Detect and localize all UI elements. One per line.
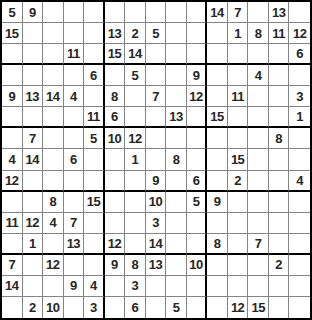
cell-r14c3-empty[interactable] xyxy=(43,276,64,297)
cell-r6c2-empty[interactable] xyxy=(23,107,44,128)
cell-r7c5-given[interactable]: 5 xyxy=(84,128,105,149)
cell-r7c11-empty[interactable] xyxy=(207,128,228,149)
cell-r1c1-given[interactable]: 5 xyxy=(2,2,23,23)
cell-r13c10-given[interactable]: 10 xyxy=(187,255,208,276)
cell-r7c15-empty[interactable] xyxy=(289,128,310,149)
cell-r6c7-empty[interactable] xyxy=(125,107,146,128)
cell-r1c3-empty[interactable] xyxy=(43,2,64,23)
cell-r8c13-empty[interactable] xyxy=(248,149,269,170)
cell-r4c9-empty[interactable] xyxy=(166,65,187,86)
cell-r15c12-given[interactable]: 12 xyxy=(228,297,249,318)
cell-r14c10-empty[interactable] xyxy=(187,276,208,297)
cell-r14c12-empty[interactable] xyxy=(228,276,249,297)
cell-r2c2-empty[interactable] xyxy=(23,23,44,44)
cell-r6c1-empty[interactable] xyxy=(2,107,23,128)
cell-r4c5-given[interactable]: 6 xyxy=(84,65,105,86)
cell-r13c4-empty[interactable] xyxy=(64,255,85,276)
cell-r12c8-given[interactable]: 14 xyxy=(146,234,167,255)
cell-r15c11-empty[interactable] xyxy=(207,297,228,318)
cell-r13c8-given[interactable]: 13 xyxy=(146,255,167,276)
cell-r10c2-empty[interactable] xyxy=(23,192,44,213)
cell-r8c14-empty[interactable] xyxy=(269,149,290,170)
cell-r7c10-empty[interactable] xyxy=(187,128,208,149)
cell-r5c8-given[interactable]: 7 xyxy=(146,86,167,107)
cell-r9c14-empty[interactable] xyxy=(269,171,290,192)
cell-r1c4-empty[interactable] xyxy=(64,2,85,23)
cell-r13c9-empty[interactable] xyxy=(166,255,187,276)
cell-r5c1-given[interactable]: 9 xyxy=(2,86,23,107)
cell-r8c8-empty[interactable] xyxy=(146,149,167,170)
cell-r1c10-empty[interactable] xyxy=(187,2,208,23)
cell-r9c10-given[interactable]: 6 xyxy=(187,171,208,192)
cell-r3c13-empty[interactable] xyxy=(248,44,269,65)
cell-r1c5-empty[interactable] xyxy=(84,2,105,23)
cell-r4c7-given[interactable]: 5 xyxy=(125,65,146,86)
cell-r6c15-given[interactable]: 1 xyxy=(289,107,310,128)
cell-r8c5-empty[interactable] xyxy=(84,149,105,170)
cell-r12c2-given[interactable]: 1 xyxy=(23,234,44,255)
cell-r3c12-empty[interactable] xyxy=(228,44,249,65)
cell-r15c13-given[interactable]: 15 xyxy=(248,297,269,318)
cell-r4c6-empty[interactable] xyxy=(105,65,126,86)
cell-r15c1-empty[interactable] xyxy=(2,297,23,318)
cell-r13c12-empty[interactable] xyxy=(228,255,249,276)
cell-r9c6-empty[interactable] xyxy=(105,171,126,192)
cell-r1c12-given[interactable]: 7 xyxy=(228,2,249,23)
cell-r10c14-empty[interactable] xyxy=(269,192,290,213)
cell-r3c8-empty[interactable] xyxy=(146,44,167,65)
cell-r11c7-empty[interactable] xyxy=(125,213,146,234)
cell-r15c8-empty[interactable] xyxy=(146,297,167,318)
cell-r6c13-empty[interactable] xyxy=(248,107,269,128)
cell-r12c5-empty[interactable] xyxy=(84,234,105,255)
cell-r15c10-empty[interactable] xyxy=(187,297,208,318)
cell-r2c10-empty[interactable] xyxy=(187,23,208,44)
cell-r9c1-given[interactable]: 12 xyxy=(2,171,23,192)
cell-r9c13-empty[interactable] xyxy=(248,171,269,192)
cell-r12c10-empty[interactable] xyxy=(187,234,208,255)
cell-r5c13-empty[interactable] xyxy=(248,86,269,107)
cell-r7c3-empty[interactable] xyxy=(43,128,64,149)
cell-r11c5-empty[interactable] xyxy=(84,213,105,234)
cell-r11c8-given[interactable]: 3 xyxy=(146,213,167,234)
cell-r3c10-empty[interactable] xyxy=(187,44,208,65)
cell-r6c11-given[interactable]: 15 xyxy=(207,107,228,128)
cell-r8c3-empty[interactable] xyxy=(43,149,64,170)
cell-r6c6-given[interactable]: 6 xyxy=(105,107,126,128)
cell-r3c14-empty[interactable] xyxy=(269,44,290,65)
cell-r9c5-empty[interactable] xyxy=(84,171,105,192)
cell-r1c11-given[interactable]: 14 xyxy=(207,2,228,23)
cell-r14c5-given[interactable]: 4 xyxy=(84,276,105,297)
cell-r3c1-empty[interactable] xyxy=(2,44,23,65)
cell-r3c9-empty[interactable] xyxy=(166,44,187,65)
cell-r13c5-empty[interactable] xyxy=(84,255,105,276)
cell-r11c10-empty[interactable] xyxy=(187,213,208,234)
cell-r10c3-given[interactable]: 8 xyxy=(43,192,64,213)
cell-r10c7-empty[interactable] xyxy=(125,192,146,213)
cell-r7c6-given[interactable]: 10 xyxy=(105,128,126,149)
cell-r6c12-empty[interactable] xyxy=(228,107,249,128)
cell-r1c7-empty[interactable] xyxy=(125,2,146,23)
cell-r5c5-empty[interactable] xyxy=(84,86,105,107)
cell-r4c12-empty[interactable] xyxy=(228,65,249,86)
cell-r11c4-given[interactable]: 7 xyxy=(64,213,85,234)
cell-r4c11-empty[interactable] xyxy=(207,65,228,86)
cell-r13c6-given[interactable]: 9 xyxy=(105,255,126,276)
cell-r12c9-empty[interactable] xyxy=(166,234,187,255)
cell-r4c8-empty[interactable] xyxy=(146,65,167,86)
cell-r7c4-empty[interactable] xyxy=(64,128,85,149)
cell-r10c15-empty[interactable] xyxy=(289,192,310,213)
cell-r2c6-given[interactable]: 13 xyxy=(105,23,126,44)
cell-r14c13-empty[interactable] xyxy=(248,276,269,297)
cell-r14c14-empty[interactable] xyxy=(269,276,290,297)
cell-r14c11-empty[interactable] xyxy=(207,276,228,297)
cell-r8c11-empty[interactable] xyxy=(207,149,228,170)
cell-r11c2-given[interactable]: 12 xyxy=(23,213,44,234)
cell-r9c15-given[interactable]: 4 xyxy=(289,171,310,192)
cell-r2c12-given[interactable]: 1 xyxy=(228,23,249,44)
cell-r8c10-empty[interactable] xyxy=(187,149,208,170)
cell-r13c11-empty[interactable] xyxy=(207,255,228,276)
cell-r3c2-empty[interactable] xyxy=(23,44,44,65)
cell-r1c9-empty[interactable] xyxy=(166,2,187,23)
cell-r13c14-given[interactable]: 2 xyxy=(269,255,290,276)
cell-r8c4-given[interactable]: 6 xyxy=(64,149,85,170)
cell-r13c13-empty[interactable] xyxy=(248,255,269,276)
cell-r3c3-empty[interactable] xyxy=(43,44,64,65)
cell-r12c4-given[interactable]: 13 xyxy=(64,234,85,255)
cell-r5c6-given[interactable]: 8 xyxy=(105,86,126,107)
cell-r7c2-given[interactable]: 7 xyxy=(23,128,44,149)
cell-r15c9-given[interactable]: 5 xyxy=(166,297,187,318)
cell-r5c9-empty[interactable] xyxy=(166,86,187,107)
cell-r4c14-empty[interactable] xyxy=(269,65,290,86)
cell-r9c7-empty[interactable] xyxy=(125,171,146,192)
cell-r8c12-given[interactable]: 15 xyxy=(228,149,249,170)
cell-r10c11-given[interactable]: 9 xyxy=(207,192,228,213)
cell-r3c11-empty[interactable] xyxy=(207,44,228,65)
cell-r15c15-empty[interactable] xyxy=(289,297,310,318)
cell-r10c12-empty[interactable] xyxy=(228,192,249,213)
cell-r1c13-empty[interactable] xyxy=(248,2,269,23)
cell-r8c7-given[interactable]: 1 xyxy=(125,149,146,170)
cell-r12c3-empty[interactable] xyxy=(43,234,64,255)
cell-r11c9-empty[interactable] xyxy=(166,213,187,234)
cell-r14c6-empty[interactable] xyxy=(105,276,126,297)
cell-r10c13-empty[interactable] xyxy=(248,192,269,213)
cell-r4c10-given[interactable]: 9 xyxy=(187,65,208,86)
cell-r15c6-empty[interactable] xyxy=(105,297,126,318)
cell-r12c13-given[interactable]: 7 xyxy=(248,234,269,255)
cell-r2c1-given[interactable]: 15 xyxy=(2,23,23,44)
cell-r10c10-given[interactable]: 5 xyxy=(187,192,208,213)
cell-r8c9-given[interactable]: 8 xyxy=(166,149,187,170)
cell-r2c3-empty[interactable] xyxy=(43,23,64,44)
cell-r4c13-given[interactable]: 4 xyxy=(248,65,269,86)
cell-r14c7-given[interactable]: 3 xyxy=(125,276,146,297)
cell-r6c9-given[interactable]: 13 xyxy=(166,107,187,128)
cell-r8c1-given[interactable]: 4 xyxy=(2,149,23,170)
cell-r6c3-empty[interactable] xyxy=(43,107,64,128)
cell-r3c7-given[interactable]: 14 xyxy=(125,44,146,65)
cell-r12c15-empty[interactable] xyxy=(289,234,310,255)
cell-r1c8-empty[interactable] xyxy=(146,2,167,23)
cell-r9c2-empty[interactable] xyxy=(23,171,44,192)
cell-r5c4-given[interactable]: 4 xyxy=(64,86,85,107)
cell-r6c10-empty[interactable] xyxy=(187,107,208,128)
cell-r2c14-given[interactable]: 11 xyxy=(269,23,290,44)
cell-r4c15-empty[interactable] xyxy=(289,65,310,86)
cell-r2c4-empty[interactable] xyxy=(64,23,85,44)
cell-r11c12-empty[interactable] xyxy=(228,213,249,234)
cell-r3c4-given[interactable]: 11 xyxy=(64,44,85,65)
cell-r2c9-empty[interactable] xyxy=(166,23,187,44)
cell-r5c10-given[interactable]: 12 xyxy=(187,86,208,107)
cell-r5c2-given[interactable]: 13 xyxy=(23,86,44,107)
cell-r10c9-empty[interactable] xyxy=(166,192,187,213)
cell-r9c9-empty[interactable] xyxy=(166,171,187,192)
cell-r15c7-given[interactable]: 6 xyxy=(125,297,146,318)
sudoku-board: 5914713151325181112111514665949131448712… xyxy=(0,0,312,320)
cell-r14c2-empty[interactable] xyxy=(23,276,44,297)
cell-r3c15-given[interactable]: 6 xyxy=(289,44,310,65)
cell-r9c8-given[interactable]: 9 xyxy=(146,171,167,192)
cell-r11c14-empty[interactable] xyxy=(269,213,290,234)
cell-r13c2-empty[interactable] xyxy=(23,255,44,276)
cell-r15c4-empty[interactable] xyxy=(64,297,85,318)
cell-r3c5-empty[interactable] xyxy=(84,44,105,65)
cell-r11c11-empty[interactable] xyxy=(207,213,228,234)
cell-r2c13-given[interactable]: 8 xyxy=(248,23,269,44)
cell-r1c2-given[interactable]: 9 xyxy=(23,2,44,23)
cell-r10c8-given[interactable]: 10 xyxy=(146,192,167,213)
cell-r11c6-empty[interactable] xyxy=(105,213,126,234)
cell-r11c3-given[interactable]: 4 xyxy=(43,213,64,234)
cell-r15c3-given[interactable]: 10 xyxy=(43,297,64,318)
cell-r12c1-empty[interactable] xyxy=(2,234,23,255)
cell-r12c7-empty[interactable] xyxy=(125,234,146,255)
cell-r6c8-empty[interactable] xyxy=(146,107,167,128)
cell-r7c9-empty[interactable] xyxy=(166,128,187,149)
cell-r9c4-empty[interactable] xyxy=(64,171,85,192)
cell-r5c7-empty[interactable] xyxy=(125,86,146,107)
cell-r7c12-empty[interactable] xyxy=(228,128,249,149)
cell-r12c12-empty[interactable] xyxy=(228,234,249,255)
cell-r15c2-given[interactable]: 2 xyxy=(23,297,44,318)
cell-r15c5-given[interactable]: 3 xyxy=(84,297,105,318)
cell-r1c14-given[interactable]: 13 xyxy=(269,2,290,23)
cell-r1c15-empty[interactable] xyxy=(289,2,310,23)
cell-r15c14-empty[interactable] xyxy=(269,297,290,318)
cell-r13c15-empty[interactable] xyxy=(289,255,310,276)
cell-r4c1-empty[interactable] xyxy=(2,65,23,86)
cell-r5c3-given[interactable]: 14 xyxy=(43,86,64,107)
cell-r7c8-empty[interactable] xyxy=(146,128,167,149)
cell-r13c1-given[interactable]: 7 xyxy=(2,255,23,276)
cell-r12c6-given[interactable]: 12 xyxy=(105,234,126,255)
cell-r13c3-given[interactable]: 12 xyxy=(43,255,64,276)
cell-r11c1-given[interactable]: 11 xyxy=(2,213,23,234)
cell-r13c7-given[interactable]: 8 xyxy=(125,255,146,276)
cell-r2c15-given[interactable]: 12 xyxy=(289,23,310,44)
cell-r9c12-given[interactable]: 2 xyxy=(228,171,249,192)
cell-r10c5-given[interactable]: 15 xyxy=(84,192,105,213)
cell-r7c13-empty[interactable] xyxy=(248,128,269,149)
cell-r8c15-empty[interactable] xyxy=(289,149,310,170)
cell-r4c4-empty[interactable] xyxy=(64,65,85,86)
cell-r2c5-empty[interactable] xyxy=(84,23,105,44)
cell-r5c15-given[interactable]: 3 xyxy=(289,86,310,107)
cell-r11c13-empty[interactable] xyxy=(248,213,269,234)
cell-r6c14-empty[interactable] xyxy=(269,107,290,128)
cell-r14c4-given[interactable]: 9 xyxy=(64,276,85,297)
cell-r14c9-empty[interactable] xyxy=(166,276,187,297)
cell-r2c8-given[interactable]: 5 xyxy=(146,23,167,44)
cell-r10c4-empty[interactable] xyxy=(64,192,85,213)
cell-r14c8-empty[interactable] xyxy=(146,276,167,297)
cell-r5c14-empty[interactable] xyxy=(269,86,290,107)
cell-r2c7-given[interactable]: 2 xyxy=(125,23,146,44)
cell-r7c7-given[interactable]: 12 xyxy=(125,128,146,149)
cell-r5c11-empty[interactable] xyxy=(207,86,228,107)
cell-r10c1-empty[interactable] xyxy=(2,192,23,213)
cell-r9c11-empty[interactable] xyxy=(207,171,228,192)
cell-r9c3-empty[interactable] xyxy=(43,171,64,192)
cell-r14c1-given[interactable]: 14 xyxy=(2,276,23,297)
cell-r4c3-empty[interactable] xyxy=(43,65,64,86)
cell-r8c6-empty[interactable] xyxy=(105,149,126,170)
cell-r6c5-given[interactable]: 11 xyxy=(84,107,105,128)
cell-r12c14-empty[interactable] xyxy=(269,234,290,255)
cell-r8c2-given[interactable]: 14 xyxy=(23,149,44,170)
cell-r3c6-given[interactable]: 15 xyxy=(105,44,126,65)
cell-r5c12-given[interactable]: 11 xyxy=(228,86,249,107)
cell-r10c6-empty[interactable] xyxy=(105,192,126,213)
cell-r14c15-empty[interactable] xyxy=(289,276,310,297)
cell-r11c15-empty[interactable] xyxy=(289,213,310,234)
cell-r6c4-empty[interactable] xyxy=(64,107,85,128)
cell-r1c6-empty[interactable] xyxy=(105,2,126,23)
cell-r2c11-empty[interactable] xyxy=(207,23,228,44)
cell-r7c1-empty[interactable] xyxy=(2,128,23,149)
cell-r7c14-given[interactable]: 8 xyxy=(269,128,290,149)
cell-r4c2-empty[interactable] xyxy=(23,65,44,86)
cell-r12c11-given[interactable]: 8 xyxy=(207,234,228,255)
